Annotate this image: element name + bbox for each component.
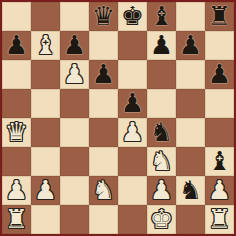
square-g4[interactable] — [176, 118, 205, 147]
square-b4[interactable] — [31, 118, 60, 147]
white-pawn[interactable]: ♟ — [121, 118, 144, 147]
white-pawn[interactable]: ♟ — [5, 176, 28, 205]
white-king[interactable]: ♚ — [150, 205, 173, 234]
square-a5[interactable] — [2, 89, 31, 118]
black-bishop[interactable]: ♝ — [150, 2, 173, 31]
square-d7[interactable] — [89, 31, 118, 60]
white-pawn[interactable]: ♟ — [150, 176, 173, 205]
white-queen[interactable]: ♛ — [5, 118, 28, 147]
square-d2[interactable]: ♞ — [89, 176, 118, 205]
square-f7[interactable]: ♟ — [147, 31, 176, 60]
square-h3[interactable]: ♝ — [205, 147, 234, 176]
square-b8[interactable] — [31, 2, 60, 31]
square-e6[interactable] — [118, 60, 147, 89]
black-pawn[interactable]: ♟ — [5, 31, 28, 60]
white-knight[interactable]: ♞ — [92, 176, 115, 205]
square-b7[interactable]: ♝ — [31, 31, 60, 60]
white-pawn[interactable]: ♟ — [34, 176, 57, 205]
square-a2[interactable]: ♟ — [2, 176, 31, 205]
black-pawn[interactable]: ♟ — [63, 31, 86, 60]
square-g7[interactable]: ♟ — [176, 31, 205, 60]
square-e7[interactable] — [118, 31, 147, 60]
black-knight[interactable]: ♞ — [150, 118, 173, 147]
black-queen[interactable]: ♛ — [92, 2, 115, 31]
square-a6[interactable] — [2, 60, 31, 89]
square-g8[interactable] — [176, 2, 205, 31]
white-knight[interactable]: ♞ — [150, 147, 173, 176]
square-f8[interactable]: ♝ — [147, 2, 176, 31]
square-c5[interactable] — [60, 89, 89, 118]
chess-board: ♛♚♝♜♟♝♟♟♟♟♟♟♟♛♟♞♞♝♟♟♞♟♞♟♜♚♜ — [2, 2, 234, 234]
white-bishop[interactable]: ♝ — [34, 31, 57, 60]
square-b3[interactable] — [31, 147, 60, 176]
square-a7[interactable]: ♟ — [2, 31, 31, 60]
black-pawn[interactable]: ♟ — [121, 89, 144, 118]
black-pawn[interactable]: ♟ — [208, 60, 231, 89]
square-e8[interactable]: ♚ — [118, 2, 147, 31]
square-h5[interactable] — [205, 89, 234, 118]
black-bishop[interactable]: ♝ — [208, 147, 231, 176]
white-pawn[interactable]: ♟ — [208, 176, 231, 205]
square-e1[interactable] — [118, 205, 147, 234]
square-d3[interactable] — [89, 147, 118, 176]
square-e2[interactable] — [118, 176, 147, 205]
white-rook[interactable]: ♜ — [208, 205, 231, 234]
square-e4[interactable]: ♟ — [118, 118, 147, 147]
square-a8[interactable] — [2, 2, 31, 31]
square-f2[interactable]: ♟ — [147, 176, 176, 205]
square-g3[interactable] — [176, 147, 205, 176]
square-d4[interactable] — [89, 118, 118, 147]
square-c2[interactable] — [60, 176, 89, 205]
square-c7[interactable]: ♟ — [60, 31, 89, 60]
square-f1[interactable]: ♚ — [147, 205, 176, 234]
square-g2[interactable]: ♞ — [176, 176, 205, 205]
square-a3[interactable] — [2, 147, 31, 176]
square-f6[interactable] — [147, 60, 176, 89]
square-b2[interactable]: ♟ — [31, 176, 60, 205]
square-c6[interactable]: ♟ — [60, 60, 89, 89]
square-e3[interactable] — [118, 147, 147, 176]
square-d1[interactable] — [89, 205, 118, 234]
square-f5[interactable] — [147, 89, 176, 118]
square-d8[interactable]: ♛ — [89, 2, 118, 31]
square-b5[interactable] — [31, 89, 60, 118]
square-c4[interactable] — [60, 118, 89, 147]
square-h2[interactable]: ♟ — [205, 176, 234, 205]
square-g5[interactable] — [176, 89, 205, 118]
square-c3[interactable] — [60, 147, 89, 176]
square-d6[interactable]: ♟ — [89, 60, 118, 89]
square-b1[interactable] — [31, 205, 60, 234]
square-h4[interactable] — [205, 118, 234, 147]
square-b6[interactable] — [31, 60, 60, 89]
square-g6[interactable] — [176, 60, 205, 89]
black-pawn[interactable]: ♟ — [179, 31, 202, 60]
chess-board-frame: ♛♚♝♜♟♝♟♟♟♟♟♟♟♛♟♞♞♝♟♟♞♟♞♟♜♚♜ — [0, 0, 236, 236]
square-f4[interactable]: ♞ — [147, 118, 176, 147]
square-a4[interactable]: ♛ — [2, 118, 31, 147]
square-f3[interactable]: ♞ — [147, 147, 176, 176]
black-rook[interactable]: ♜ — [208, 2, 231, 31]
square-g1[interactable] — [176, 205, 205, 234]
black-knight[interactable]: ♞ — [179, 176, 202, 205]
black-king[interactable]: ♚ — [121, 2, 144, 31]
white-pawn[interactable]: ♟ — [63, 60, 86, 89]
square-e5[interactable]: ♟ — [118, 89, 147, 118]
square-a1[interactable]: ♜ — [2, 205, 31, 234]
square-d5[interactable] — [89, 89, 118, 118]
square-h7[interactable] — [205, 31, 234, 60]
square-c1[interactable] — [60, 205, 89, 234]
black-pawn[interactable]: ♟ — [150, 31, 173, 60]
square-h1[interactable]: ♜ — [205, 205, 234, 234]
square-h8[interactable]: ♜ — [205, 2, 234, 31]
square-c8[interactable] — [60, 2, 89, 31]
white-rook[interactable]: ♜ — [5, 205, 28, 234]
square-h6[interactable]: ♟ — [205, 60, 234, 89]
black-pawn[interactable]: ♟ — [92, 60, 115, 89]
